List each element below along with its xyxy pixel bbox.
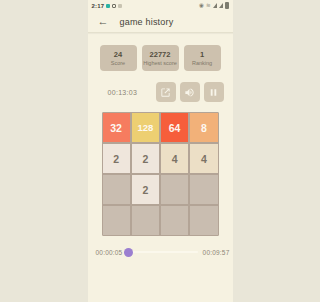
board: 3212864822442 (102, 112, 219, 236)
clock-time: 2:17 (92, 3, 105, 9)
tile-32: 32 (103, 113, 130, 142)
game-history-screen: 2:17 ◉ ≋ ← game history 24 Score 22772 H… (88, 0, 233, 302)
tile-2: 2 (103, 144, 130, 173)
notification-faded-icon (118, 4, 122, 8)
status-bar: 2:17 ◉ ≋ (88, 0, 233, 11)
share-icon (160, 87, 171, 98)
ranking-value: 1 (200, 50, 204, 59)
seek-row: 00:00:05 00:09:57 (88, 247, 233, 257)
empty-cell (103, 206, 130, 235)
empty-cell (161, 175, 188, 204)
score-label: Score (111, 60, 125, 66)
status-right: ◉ ≋ (199, 2, 228, 9)
pause-button[interactable] (204, 82, 224, 102)
tile-128: 128 (132, 113, 159, 142)
seek-thumb[interactable] (124, 248, 133, 257)
tile-4: 4 (190, 144, 217, 173)
tile-4: 4 (161, 144, 188, 173)
battery-icon (225, 2, 229, 9)
volume-icon (184, 87, 195, 98)
empty-cell (190, 175, 217, 204)
tile-64: 64 (161, 113, 188, 142)
stats-row: 24 Score 22772 Highest score 1 Ranking (88, 45, 233, 71)
app-bar: ← game history (88, 11, 233, 33)
highest-score-card: 22772 Highest score (142, 45, 179, 71)
empty-cell (161, 206, 188, 235)
empty-cell (132, 206, 159, 235)
tile-2: 2 (132, 175, 159, 204)
notification-app-icon (106, 4, 110, 8)
ranking-label: Ranking (192, 60, 212, 66)
playback-row: 00:13:03 (88, 82, 233, 102)
volume-button[interactable] (180, 82, 200, 102)
pause-icon (208, 87, 219, 98)
empty-cell (103, 175, 130, 204)
score-card: 24 Score (100, 45, 137, 71)
tile-8: 8 (190, 113, 217, 142)
data-saver-icon: ◉ (199, 3, 204, 9)
highest-score-value: 22772 (150, 50, 171, 59)
replay-timer: 00:13:03 (108, 89, 138, 96)
volte-icon: ≋ (206, 3, 211, 9)
signal-icon (213, 3, 217, 8)
empty-cell (190, 206, 217, 235)
tile-2: 2 (132, 144, 159, 173)
ranking-card: 1 Ranking (184, 45, 221, 71)
notification-square-icon (112, 4, 116, 8)
playback-buttons (156, 82, 224, 102)
seek-total-time: 00:09:57 (203, 249, 230, 256)
back-button[interactable]: ← (98, 16, 109, 27)
highest-score-label: Highest score (143, 60, 177, 66)
seek-slider[interactable] (125, 247, 199, 257)
seek-current-time: 00:00:05 (96, 249, 123, 256)
page-title: game history (120, 17, 174, 27)
seek-track[interactable] (127, 251, 197, 253)
signal-icon (219, 3, 223, 8)
score-value: 24 (114, 50, 122, 59)
share-button[interactable] (156, 82, 176, 102)
status-left: 2:17 (92, 3, 123, 9)
